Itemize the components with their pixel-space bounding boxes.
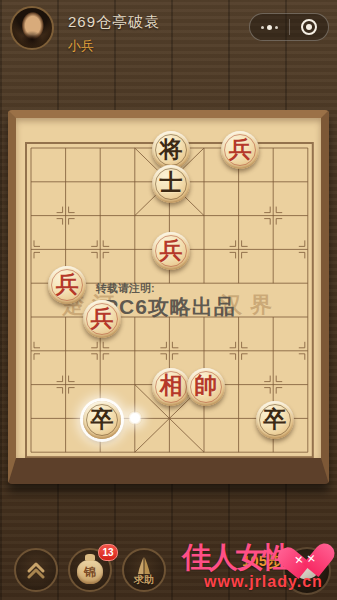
piece-label: 兵 xyxy=(160,239,183,262)
piece-label: 士 xyxy=(160,171,183,194)
help-label: 求助 xyxy=(124,573,164,587)
piece-black-士[interactable]: 士 xyxy=(152,165,190,203)
piece-red-兵[interactable]: 兵 xyxy=(48,266,86,304)
double-chevron-up-icon xyxy=(25,561,47,579)
ask-help-button[interactable]: 求助 xyxy=(122,548,166,592)
more-button[interactable] xyxy=(250,14,289,40)
miniprogram-capsule xyxy=(249,13,329,41)
piece-label: 兵 xyxy=(229,138,252,161)
exit-button[interactable] xyxy=(290,14,329,40)
piece-red-兵[interactable]: 兵 xyxy=(152,232,190,270)
money-bag-icon: 锦 xyxy=(77,560,103,584)
header-bar: 269仓亭破袁 小兵 xyxy=(0,0,337,58)
last-move-origin-dot xyxy=(128,411,142,425)
piece-label: 兵 xyxy=(56,273,79,296)
tip-bag-button[interactable]: 锦 13 xyxy=(68,548,112,592)
piece-red-相[interactable]: 相 xyxy=(152,368,190,406)
more-icon xyxy=(261,26,264,29)
level-title: 269仓亭破袁 xyxy=(68,13,160,32)
level-subtitle: 小兵 xyxy=(68,37,160,55)
piece-label: 兵 xyxy=(90,307,113,330)
more-icon xyxy=(267,25,272,30)
site-watermark-brand: 佳人女性 xyxy=(182,538,290,578)
expand-toolbar-button[interactable] xyxy=(14,548,58,592)
xiangqi-board[interactable]: 楚河 汉界 转载请注明: PC6攻略出品 将兵士兵兵兵相帥卒卒 xyxy=(8,110,329,484)
pieces-layer: 将兵士兵兵兵相帥卒卒 xyxy=(14,131,325,469)
piece-red-兵[interactable]: 兵 xyxy=(83,300,121,338)
piece-red-兵[interactable]: 兵 xyxy=(221,131,259,169)
piece-black-将[interactable]: 将 xyxy=(152,131,190,169)
piece-red-帥[interactable]: 帥 xyxy=(187,368,225,406)
piece-label: 将 xyxy=(160,138,183,161)
tip-count-badge: 13 xyxy=(98,544,118,561)
avatar[interactable] xyxy=(10,6,54,50)
piece-label: 相 xyxy=(160,374,183,397)
site-watermark-url: www.jrlady.cn xyxy=(204,573,323,591)
piece-label: 帥 xyxy=(194,374,217,397)
circle-target-icon xyxy=(301,19,317,35)
piece-black-卒[interactable]: 卒 xyxy=(256,401,294,439)
piece-label: 卒 xyxy=(90,408,113,431)
piece-black-卒[interactable]: 卒 xyxy=(83,401,121,439)
more-icon xyxy=(275,26,278,29)
piece-label: 卒 xyxy=(263,408,286,431)
app-screen: { "game": "xiangqi", "position": { "fen"… xyxy=(0,0,337,600)
